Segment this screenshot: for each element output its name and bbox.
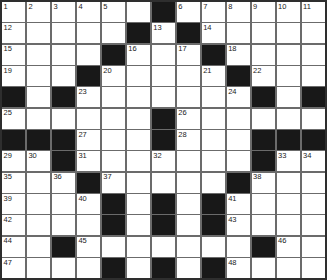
white-cell[interactable]: [252, 109, 275, 129]
black-cell: [152, 109, 175, 129]
white-cell[interactable]: [127, 215, 150, 235]
white-cell[interactable]: 41: [227, 194, 250, 214]
white-cell[interactable]: [177, 66, 200, 86]
clue-number: 28: [178, 131, 186, 139]
white-cell[interactable]: [52, 66, 75, 86]
clue-number: 2: [28, 3, 32, 11]
white-cell[interactable]: [252, 194, 275, 214]
black-cell: [227, 66, 250, 86]
clue-number: 40: [78, 195, 86, 203]
white-cell[interactable]: [152, 237, 175, 257]
white-cell[interactable]: 42: [2, 215, 25, 235]
white-cell[interactable]: [227, 23, 250, 43]
clue-number: 29: [4, 152, 12, 160]
clue-number: 22: [253, 67, 261, 75]
white-cell[interactable]: 39: [2, 194, 25, 214]
white-cell[interactable]: [202, 109, 225, 129]
white-cell[interactable]: [202, 237, 225, 257]
black-cell: [2, 87, 25, 107]
clue-number: 9: [253, 3, 257, 11]
black-cell: [152, 258, 175, 278]
white-cell[interactable]: [277, 173, 300, 193]
white-cell[interactable]: [302, 215, 325, 235]
white-cell[interactable]: [177, 87, 200, 107]
white-cell[interactable]: [127, 130, 150, 150]
clue-number: 46: [278, 237, 286, 245]
white-cell[interactable]: 30: [27, 151, 50, 171]
white-cell[interactable]: [177, 151, 200, 171]
clue-number: 18: [228, 45, 236, 53]
white-cell[interactable]: [177, 258, 200, 278]
white-cell[interactable]: 35: [2, 173, 25, 193]
black-cell: [77, 66, 100, 86]
white-cell[interactable]: 6: [177, 2, 200, 22]
white-cell[interactable]: 16: [127, 45, 150, 65]
black-cell: [2, 130, 25, 150]
white-cell[interactable]: [227, 237, 250, 257]
white-cell[interactable]: [302, 109, 325, 129]
white-cell[interactable]: [102, 87, 125, 107]
clue-number: 17: [178, 45, 186, 53]
black-cell: [202, 258, 225, 278]
white-cell[interactable]: 34: [302, 151, 325, 171]
white-cell[interactable]: 8: [227, 2, 250, 22]
white-cell[interactable]: 21: [202, 66, 225, 86]
white-cell[interactable]: [27, 109, 50, 129]
white-cell[interactable]: [227, 151, 250, 171]
black-cell: [102, 45, 125, 65]
clue-number: 5: [103, 3, 107, 11]
white-cell[interactable]: 27: [77, 130, 100, 150]
white-cell[interactable]: 13: [152, 23, 175, 43]
white-cell[interactable]: [152, 173, 175, 193]
white-cell[interactable]: [27, 87, 50, 107]
white-cell[interactable]: 18: [227, 45, 250, 65]
black-cell: [152, 130, 175, 150]
black-cell: [102, 194, 125, 214]
white-cell[interactable]: 29: [2, 151, 25, 171]
clue-number: 36: [53, 173, 61, 181]
white-cell[interactable]: [227, 130, 250, 150]
clue-number: 24: [228, 88, 236, 96]
black-cell: [152, 215, 175, 235]
white-cell[interactable]: [152, 45, 175, 65]
black-cell: [52, 151, 75, 171]
white-cell[interactable]: 20: [102, 66, 125, 86]
white-cell[interactable]: 9: [252, 2, 275, 22]
white-cell[interactable]: 33: [277, 151, 300, 171]
white-cell[interactable]: 25: [2, 109, 25, 129]
black-cell: [152, 194, 175, 214]
white-cell[interactable]: [127, 151, 150, 171]
white-cell[interactable]: [27, 173, 50, 193]
white-cell[interactable]: 10: [277, 2, 300, 22]
white-cell[interactable]: [52, 215, 75, 235]
clue-number: 20: [103, 67, 111, 75]
black-cell: [252, 130, 275, 150]
white-cell[interactable]: [27, 194, 50, 214]
black-cell: [52, 237, 75, 257]
white-cell[interactable]: [202, 87, 225, 107]
white-cell[interactable]: 14: [202, 23, 225, 43]
black-cell: [202, 194, 225, 214]
black-cell: [102, 215, 125, 235]
white-cell[interactable]: [102, 237, 125, 257]
white-cell[interactable]: [302, 173, 325, 193]
white-cell[interactable]: 15: [2, 45, 25, 65]
white-cell[interactable]: 48: [227, 258, 250, 278]
clue-number: 39: [4, 195, 12, 203]
white-cell[interactable]: [77, 215, 100, 235]
white-cell[interactable]: [177, 215, 200, 235]
clue-number: 33: [278, 152, 286, 160]
clue-number: 4: [78, 3, 82, 11]
white-cell[interactable]: [302, 23, 325, 43]
white-cell[interactable]: [127, 2, 150, 22]
white-cell[interactable]: 11: [302, 2, 325, 22]
white-cell[interactable]: [177, 173, 200, 193]
white-cell[interactable]: 38: [252, 173, 275, 193]
white-cell[interactable]: [27, 215, 50, 235]
black-cell: [102, 258, 125, 278]
black-cell: [302, 87, 325, 107]
white-cell[interactable]: [127, 87, 150, 107]
white-cell[interactable]: 40: [77, 194, 100, 214]
white-cell[interactable]: [277, 215, 300, 235]
black-cell: [202, 45, 225, 65]
clue-number: 10: [278, 3, 286, 11]
white-cell[interactable]: [127, 194, 150, 214]
white-cell[interactable]: [77, 45, 100, 65]
white-cell[interactable]: [302, 45, 325, 65]
white-cell[interactable]: [52, 194, 75, 214]
white-cell[interactable]: [27, 45, 50, 65]
clue-number: 26: [178, 109, 186, 117]
black-cell: [52, 130, 75, 150]
white-cell[interactable]: [202, 173, 225, 193]
white-cell[interactable]: 5: [102, 2, 125, 22]
clue-number: 19: [4, 67, 12, 75]
clue-number: 48: [228, 259, 236, 267]
white-cell[interactable]: 36: [52, 173, 75, 193]
white-cell[interactable]: [102, 109, 125, 129]
white-cell[interactable]: [277, 194, 300, 214]
white-cell[interactable]: [52, 258, 75, 278]
black-cell: [177, 23, 200, 43]
clue-number: 3: [53, 3, 57, 11]
white-cell[interactable]: [202, 130, 225, 150]
clue-number: 30: [28, 152, 36, 160]
clue-number: 7: [203, 3, 207, 11]
white-cell[interactable]: [252, 23, 275, 43]
black-cell: [27, 130, 50, 150]
clue-number: 37: [103, 173, 111, 181]
white-cell[interactable]: [102, 151, 125, 171]
white-cell[interactable]: [302, 237, 325, 257]
clue-number: 47: [4, 259, 12, 267]
black-cell: [252, 237, 275, 257]
white-cell[interactable]: [302, 194, 325, 214]
white-cell[interactable]: 24: [227, 87, 250, 107]
clue-number: 41: [228, 195, 236, 203]
clue-number: 27: [78, 131, 86, 139]
white-cell[interactable]: [127, 109, 150, 129]
white-cell[interactable]: 45: [77, 237, 100, 257]
white-cell[interactable]: 28: [177, 130, 200, 150]
clue-number: 6: [178, 3, 182, 11]
black-cell: [227, 173, 250, 193]
black-cell: [277, 130, 300, 150]
white-cell[interactable]: [52, 23, 75, 43]
black-cell: [302, 130, 325, 150]
clue-number: 45: [78, 237, 86, 245]
white-cell[interactable]: [77, 23, 100, 43]
white-cell[interactable]: [252, 258, 275, 278]
white-cell[interactable]: [77, 109, 100, 129]
white-cell[interactable]: [102, 23, 125, 43]
clue-number: 42: [4, 216, 12, 224]
white-cell[interactable]: [302, 258, 325, 278]
clue-number: 23: [78, 88, 86, 96]
crossword-grid: 1234567891011121314151617181920212223242…: [0, 0, 327, 280]
white-cell[interactable]: [127, 237, 150, 257]
clue-number: 21: [203, 67, 211, 75]
clue-number: 15: [4, 45, 12, 53]
white-cell[interactable]: 17: [177, 45, 200, 65]
clue-number: 1: [4, 3, 8, 11]
white-cell[interactable]: 4: [77, 2, 100, 22]
white-cell[interactable]: [252, 45, 275, 65]
white-cell[interactable]: 1: [2, 2, 25, 22]
white-cell[interactable]: [27, 258, 50, 278]
black-cell: [152, 2, 175, 22]
white-cell[interactable]: 2: [27, 2, 50, 22]
white-cell[interactable]: 23: [77, 87, 100, 107]
black-cell: [202, 215, 225, 235]
white-cell[interactable]: [152, 87, 175, 107]
white-cell[interactable]: [202, 151, 225, 171]
white-cell[interactable]: [177, 194, 200, 214]
white-cell[interactable]: [277, 45, 300, 65]
white-cell[interactable]: [102, 130, 125, 150]
white-cell[interactable]: 3: [52, 2, 75, 22]
white-cell[interactable]: [52, 45, 75, 65]
white-cell[interactable]: 47: [2, 258, 25, 278]
white-cell[interactable]: [277, 258, 300, 278]
white-cell[interactable]: 22: [252, 66, 275, 86]
clue-number: 32: [153, 152, 161, 160]
clue-number: 35: [4, 173, 12, 181]
white-cell[interactable]: 12: [2, 23, 25, 43]
white-cell[interactable]: 43: [227, 215, 250, 235]
white-cell[interactable]: [277, 87, 300, 107]
white-cell[interactable]: [277, 66, 300, 86]
white-cell[interactable]: 44: [2, 237, 25, 257]
clue-number: 25: [4, 109, 12, 117]
white-cell[interactable]: 26: [177, 109, 200, 129]
white-cell[interactable]: [177, 237, 200, 257]
white-cell[interactable]: 19: [2, 66, 25, 86]
white-cell[interactable]: 31: [77, 151, 100, 171]
clue-number: 13: [153, 24, 161, 32]
white-cell[interactable]: [127, 258, 150, 278]
white-cell[interactable]: 46: [277, 237, 300, 257]
white-cell[interactable]: 7: [202, 2, 225, 22]
black-cell: [127, 23, 150, 43]
black-cell: [77, 173, 100, 193]
white-cell[interactable]: [152, 66, 175, 86]
white-cell[interactable]: [302, 66, 325, 86]
white-cell[interactable]: [277, 109, 300, 129]
clue-number: 34: [303, 152, 311, 160]
clue-number: 31: [78, 152, 86, 160]
white-cell[interactable]: [227, 109, 250, 129]
clue-number: 11: [303, 3, 311, 11]
clue-number: 38: [253, 173, 261, 181]
white-cell[interactable]: [27, 23, 50, 43]
clue-number: 44: [4, 237, 12, 245]
white-cell[interactable]: [52, 109, 75, 129]
clue-number: 43: [228, 216, 236, 224]
black-cell: [252, 151, 275, 171]
clue-number: 8: [228, 3, 232, 11]
clue-number: 14: [203, 24, 211, 32]
clue-number: 16: [128, 45, 136, 53]
white-cell[interactable]: 37: [102, 173, 125, 193]
white-cell[interactable]: [252, 215, 275, 235]
white-cell[interactable]: [277, 23, 300, 43]
white-cell[interactable]: 32: [152, 151, 175, 171]
black-cell: [252, 87, 275, 107]
white-cell[interactable]: [27, 237, 50, 257]
clue-number: 12: [4, 24, 12, 32]
white-cell[interactable]: [77, 258, 100, 278]
white-cell[interactable]: [127, 173, 150, 193]
white-cell[interactable]: [127, 66, 150, 86]
white-cell[interactable]: [27, 66, 50, 86]
black-cell: [52, 87, 75, 107]
